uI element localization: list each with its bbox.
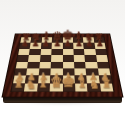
white-rook: ♜ <box>102 79 112 90</box>
square-b7[interactable]: ♟ <box>30 43 41 49</box>
square-b5[interactable] <box>28 55 40 62</box>
black-rook: ♜ <box>95 33 103 42</box>
square-d7[interactable]: ♟ <box>52 43 63 49</box>
square-d2[interactable]: ♟ <box>50 76 62 84</box>
square-a2[interactable]: ♟ <box>13 76 26 84</box>
square-a4[interactable] <box>16 62 29 69</box>
white-knight: ♞ <box>26 78 36 90</box>
square-h7[interactable]: ♟ <box>94 43 106 49</box>
square-f7[interactable]: ♟ <box>73 43 84 49</box>
square-d4[interactable] <box>51 62 63 69</box>
white-queen: ♛ <box>50 76 63 90</box>
square-e5[interactable] <box>63 55 74 62</box>
chess-set-photo: ♜♞♝♛♚♝♞♜♟♟♟♟♟♟♟♟♟♟♟♟♟♟♟♟♜♞♝♛♚♝♞♜ <box>0 0 125 125</box>
black-knight: ♞ <box>32 32 41 42</box>
square-b4[interactable] <box>27 62 39 69</box>
board-frame: ♜♞♝♛♚♝♞♜♟♟♟♟♟♟♟♟♟♟♟♟♟♟♟♟♜♞♝♛♚♝♞♜ <box>1 34 123 98</box>
square-a1[interactable]: ♜ <box>12 83 26 91</box>
square-h4[interactable] <box>97 62 110 69</box>
square-f3[interactable] <box>74 68 86 75</box>
black-knight: ♞ <box>84 32 93 42</box>
square-c3[interactable] <box>38 68 50 75</box>
black-queen: ♛ <box>52 30 63 42</box>
black-bishop: ♝ <box>42 31 52 42</box>
square-c4[interactable] <box>39 62 51 69</box>
square-h5[interactable] <box>96 55 108 62</box>
square-a5[interactable] <box>17 55 29 62</box>
square-f1[interactable]: ♝ <box>75 83 88 91</box>
square-g3[interactable] <box>86 68 99 75</box>
square-e7[interactable]: ♟ <box>63 43 74 49</box>
square-h3[interactable] <box>98 68 111 75</box>
square-g5[interactable] <box>85 55 97 62</box>
square-c5[interactable] <box>40 55 52 62</box>
square-f4[interactable] <box>74 62 86 69</box>
square-h1[interactable]: ♜ <box>100 83 114 91</box>
chess-board: ♜♞♝♛♚♝♞♜♟♟♟♟♟♟♟♟♟♟♟♟♟♟♟♟♜♞♝♛♚♝♞♜ <box>1 34 123 98</box>
black-bishop: ♝ <box>73 31 83 42</box>
square-c1[interactable]: ♝ <box>37 83 50 91</box>
square-c7[interactable]: ♟ <box>41 43 52 49</box>
square-g4[interactable] <box>85 62 97 69</box>
square-b3[interactable] <box>26 68 39 75</box>
square-e1[interactable]: ♚ <box>63 83 76 91</box>
square-d5[interactable] <box>51 55 62 62</box>
white-bishop: ♝ <box>38 77 49 90</box>
square-g7[interactable]: ♟ <box>84 43 95 49</box>
black-rook: ♜ <box>22 33 30 42</box>
square-g1[interactable]: ♞ <box>87 83 100 91</box>
square-e2[interactable]: ♟ <box>63 76 75 84</box>
square-g2[interactable]: ♟ <box>87 76 100 84</box>
square-b2[interactable]: ♟ <box>25 76 38 84</box>
square-d3[interactable] <box>50 68 62 75</box>
white-knight: ♞ <box>89 78 99 90</box>
square-e3[interactable] <box>63 68 75 75</box>
white-bishop: ♝ <box>76 77 87 90</box>
square-e4[interactable] <box>63 62 75 69</box>
square-b1[interactable]: ♞ <box>24 83 37 91</box>
square-h2[interactable]: ♟ <box>99 76 112 84</box>
black-king: ♚ <box>62 29 74 42</box>
square-f5[interactable] <box>74 55 86 62</box>
square-d1[interactable]: ♛ <box>50 83 63 91</box>
square-f2[interactable]: ♟ <box>75 76 88 84</box>
white-rook: ♜ <box>13 79 23 90</box>
board-grid: ♜♞♝♛♚♝♞♜♟♟♟♟♟♟♟♟♟♟♟♟♟♟♟♟♜♞♝♛♚♝♞♜ <box>12 37 114 91</box>
square-c2[interactable]: ♟ <box>38 76 51 84</box>
